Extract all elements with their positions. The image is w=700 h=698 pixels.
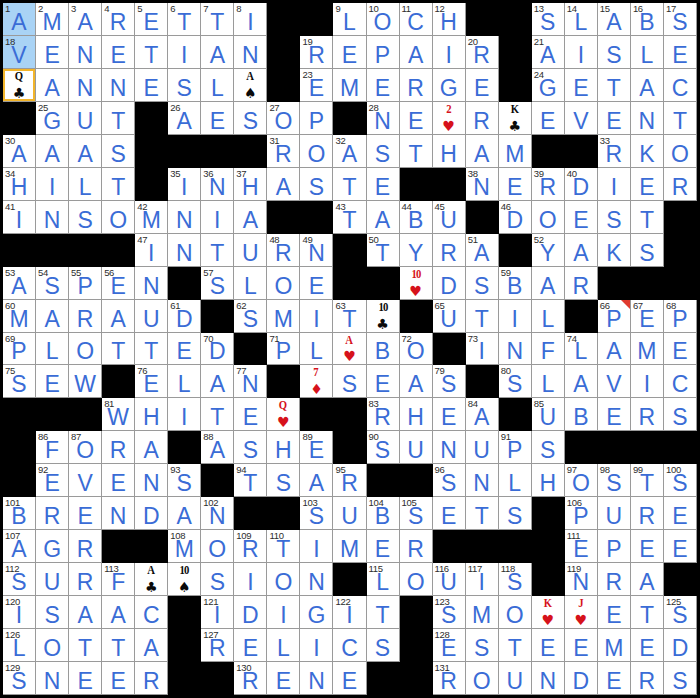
cell-r13c21[interactable]: S — [664, 398, 697, 431]
cell-r10c9[interactable]: M — [267, 300, 300, 333]
cell-r7c4[interactable]: O — [102, 201, 135, 234]
cell-r10c8[interactable]: 62S — [234, 300, 267, 333]
cell-r10c2[interactable]: A — [36, 300, 69, 333]
cell-r20c2[interactable]: O — [36, 629, 69, 662]
cell-r5c1[interactable]: 30A — [3, 135, 36, 168]
cell-r12c8[interactable]: 77N — [234, 365, 267, 398]
cell-r15c18[interactable]: 97O — [565, 464, 598, 497]
cell-r7c18[interactable]: E — [565, 201, 598, 234]
cell-r18c3[interactable]: R — [69, 563, 102, 596]
cell-r17c11[interactable]: M — [333, 530, 366, 563]
cell-r7c16[interactable]: 46D — [499, 201, 532, 234]
cell-r1c8[interactable]: 8I — [234, 3, 267, 36]
cell-r20c18[interactable]: E — [565, 629, 598, 662]
cell-r17c19[interactable]: P — [598, 530, 631, 563]
cell-r20c12[interactable]: S — [367, 629, 400, 662]
cell-r17c9[interactable]: 110T — [267, 530, 300, 563]
cell-r3c7[interactable]: L — [201, 69, 234, 102]
cell-r12c12[interactable]: E — [367, 365, 400, 398]
cell-r8c13[interactable]: Y — [400, 234, 433, 267]
cell-r6c15[interactable]: 38N — [466, 168, 499, 201]
cell-r20c21[interactable]: D — [664, 629, 697, 662]
cell-r19c7[interactable]: 121I — [201, 596, 234, 629]
cell-r14c12[interactable]: 90S — [367, 431, 400, 464]
cell-r2c5[interactable]: T — [135, 36, 168, 69]
cell-r12c14[interactable]: 79S — [433, 365, 466, 398]
cell-r19c17[interactable]: K♥ — [532, 596, 565, 629]
cell-r1c11[interactable]: 9L — [333, 3, 366, 36]
cell-r21c10[interactable]: N — [300, 662, 333, 695]
cell-r12c5[interactable]: 76E — [135, 365, 168, 398]
cell-r17c13[interactable]: R — [400, 530, 433, 563]
cell-r2c7[interactable]: A — [201, 36, 234, 69]
cell-r13c4[interactable]: 81W — [102, 398, 135, 431]
cell-r1c14[interactable]: 12H — [433, 3, 466, 36]
cell-r1c18[interactable]: 14L — [565, 3, 598, 36]
cell-r4c21[interactable]: T — [664, 102, 697, 135]
cell-r5c13[interactable]: T — [400, 135, 433, 168]
cell-r19c18[interactable]: J♥ — [565, 596, 598, 629]
cell-r10c14[interactable]: 65U — [433, 300, 466, 333]
cell-r13c12[interactable]: 83R — [367, 398, 400, 431]
cell-r8c6[interactable]: N — [168, 234, 201, 267]
cell-r8c8[interactable]: U — [234, 234, 267, 267]
cell-r1c12[interactable]: 10O — [367, 3, 400, 36]
cell-r18c6[interactable]: 10♠ — [168, 563, 201, 596]
cell-r16c1[interactable]: 101B — [3, 497, 36, 530]
cell-r8c10[interactable]: 49N — [300, 234, 333, 267]
cell-r2c14[interactable]: I — [433, 36, 466, 69]
cell-r19c16[interactable]: O — [499, 596, 532, 629]
cell-r2c11[interactable]: E — [333, 36, 366, 69]
cell-r17c10[interactable]: I — [300, 530, 333, 563]
cell-r13c19[interactable]: E — [598, 398, 631, 431]
cell-r3c18[interactable]: E — [565, 69, 598, 102]
cell-r8c19[interactable]: K — [598, 234, 631, 267]
cell-r11c1[interactable]: 69P — [3, 333, 36, 366]
cell-r18c12[interactable]: 115L — [367, 563, 400, 596]
cell-r3c13[interactable]: R — [400, 69, 433, 102]
cell-r9c3[interactable]: 55P — [69, 267, 102, 300]
cell-r21c17[interactable]: N — [532, 662, 565, 695]
cell-r13c18[interactable]: B — [565, 398, 598, 431]
cell-r9c10[interactable]: E — [300, 267, 333, 300]
cell-r4c17[interactable]: E — [532, 102, 565, 135]
cell-r3c5[interactable]: E — [135, 69, 168, 102]
cell-r1c19[interactable]: 15A — [598, 3, 631, 36]
cell-r15c11[interactable]: 95R — [333, 464, 366, 497]
cell-r5c4[interactable]: S — [102, 135, 135, 168]
cell-r3c11[interactable]: M — [333, 69, 366, 102]
cell-r4c9[interactable]: 27O — [267, 102, 300, 135]
cell-r2c21[interactable]: E — [664, 36, 697, 69]
cell-r6c3[interactable]: L — [69, 168, 102, 201]
cell-r19c12[interactable]: T — [367, 596, 400, 629]
cell-r13c20[interactable]: R — [631, 398, 664, 431]
cell-r9c15[interactable]: S — [466, 267, 499, 300]
cell-r12c6[interactable]: L — [168, 365, 201, 398]
cell-r13c6[interactable]: I — [168, 398, 201, 431]
cell-r8c5[interactable]: 47I — [135, 234, 168, 267]
cell-r19c3[interactable]: A — [69, 596, 102, 629]
cell-r3c6[interactable]: S — [168, 69, 201, 102]
cell-r6c20[interactable]: E — [631, 168, 664, 201]
cell-r10c5[interactable]: U — [135, 300, 168, 333]
cell-r17c3[interactable]: R — [69, 530, 102, 563]
cell-r17c8[interactable]: 109R — [234, 530, 267, 563]
cell-r14c15[interactable]: U — [466, 431, 499, 464]
cell-r4c6[interactable]: 26A — [168, 102, 201, 135]
cell-r14c17[interactable]: S — [532, 431, 565, 464]
cell-r17c12[interactable]: E — [367, 530, 400, 563]
cell-r7c20[interactable]: T — [631, 201, 664, 234]
cell-r15c21[interactable]: 100S — [664, 464, 697, 497]
cell-r4c13[interactable]: E — [400, 102, 433, 135]
cell-r11c6[interactable]: E — [168, 333, 201, 366]
cell-r15c2[interactable]: 92E — [36, 464, 69, 497]
cell-r1c7[interactable]: 7T — [201, 3, 234, 36]
cell-r10c16[interactable]: I — [499, 300, 532, 333]
cell-r3c10[interactable]: 23E — [300, 69, 333, 102]
cell-r11c9[interactable]: 71P — [267, 333, 300, 366]
cell-r21c19[interactable]: E — [598, 662, 631, 695]
cell-r9c17[interactable]: A — [532, 267, 565, 300]
cell-r18c18[interactable]: 119N — [565, 563, 598, 596]
cell-r16c15[interactable]: T — [466, 497, 499, 530]
cell-r8c14[interactable]: R — [433, 234, 466, 267]
cell-r13c9[interactable]: Q♥ — [267, 398, 300, 431]
cell-r16c12[interactable]: 104B — [367, 497, 400, 530]
cell-r7c6[interactable]: N — [168, 201, 201, 234]
cell-r19c5[interactable]: C — [135, 596, 168, 629]
cell-r1c17[interactable]: 13S — [532, 3, 565, 36]
cell-r18c19[interactable]: R — [598, 563, 631, 596]
cell-r21c11[interactable]: E — [333, 662, 366, 695]
cell-r15c9[interactable]: S — [267, 464, 300, 497]
cell-r1c21[interactable]: 17S — [664, 3, 697, 36]
cell-r17c18[interactable]: 111E — [565, 530, 598, 563]
cell-r5c14[interactable]: H — [433, 135, 466, 168]
cell-r1c1[interactable]: 1A — [3, 3, 36, 36]
cell-r2c1[interactable]: 18V — [3, 36, 36, 69]
cell-r19c15[interactable]: M — [466, 596, 499, 629]
cell-r2c20[interactable]: L — [631, 36, 664, 69]
cell-r14c4[interactable]: R — [102, 431, 135, 464]
cell-r2c19[interactable]: S — [598, 36, 631, 69]
cell-r8c7[interactable]: T — [201, 234, 234, 267]
cell-r21c21[interactable]: S — [664, 662, 697, 695]
cell-r21c8[interactable]: 130R — [234, 662, 267, 695]
cell-r11c15[interactable]: 73I — [466, 333, 499, 366]
cell-r3c17[interactable]: 24G — [532, 69, 565, 102]
cell-r4c18[interactable]: V — [565, 102, 598, 135]
cell-r4c3[interactable]: U — [69, 102, 102, 135]
cell-r16c3[interactable]: E — [69, 497, 102, 530]
cell-r11c10[interactable]: L — [300, 333, 333, 366]
cell-r6c18[interactable]: 40D — [565, 168, 598, 201]
cell-r10c11[interactable]: 63T — [333, 300, 366, 333]
cell-r6c2[interactable]: I — [36, 168, 69, 201]
cell-r4c16[interactable]: K♣ — [499, 102, 532, 135]
cell-r11c21[interactable]: E — [664, 333, 697, 366]
cell-r21c18[interactable]: D — [565, 662, 598, 695]
cell-r21c16[interactable]: U — [499, 662, 532, 695]
cell-r14c5[interactable]: A — [135, 431, 168, 464]
cell-r16c13[interactable]: 105S — [400, 497, 433, 530]
cell-r21c5[interactable]: R — [135, 662, 168, 695]
cell-r3c1[interactable]: Q♣ — [3, 69, 36, 102]
cell-r2c3[interactable]: N — [69, 36, 102, 69]
cell-r5c2[interactable]: A — [36, 135, 69, 168]
cell-r10c21[interactable]: 68P — [664, 300, 697, 333]
cell-r18c2[interactable]: U — [36, 563, 69, 596]
cell-r7c17[interactable]: O — [532, 201, 565, 234]
cell-r9c8[interactable]: L — [234, 267, 267, 300]
cell-r3c15[interactable]: E — [466, 69, 499, 102]
cell-r16c14[interactable]: E — [433, 497, 466, 530]
cell-r6c9[interactable]: A — [267, 168, 300, 201]
cell-r2c15[interactable]: 20R — [466, 36, 499, 69]
cell-r4c19[interactable]: E — [598, 102, 631, 135]
cell-r21c4[interactable]: E — [102, 662, 135, 695]
cell-r20c16[interactable]: T — [499, 629, 532, 662]
cell-r13c5[interactable]: H — [135, 398, 168, 431]
cell-r5c9[interactable]: 31R — [267, 135, 300, 168]
cell-r6c19[interactable]: I — [598, 168, 631, 201]
cell-r10c12[interactable]: 10♣ — [367, 300, 400, 333]
cell-r8c15[interactable]: 51A — [466, 234, 499, 267]
cell-r12c18[interactable]: A — [565, 365, 598, 398]
cell-r5c20[interactable]: K — [631, 135, 664, 168]
cell-r13c7[interactable]: T — [201, 398, 234, 431]
cell-r16c11[interactable]: U — [333, 497, 366, 530]
cell-r17c6[interactable]: 108M — [168, 530, 201, 563]
cell-r12c1[interactable]: 75S — [3, 365, 36, 398]
cell-r10c1[interactable]: 60M — [3, 300, 36, 333]
cell-r16c2[interactable]: R — [36, 497, 69, 530]
cell-r12c21[interactable]: C — [664, 365, 697, 398]
cell-r11c17[interactable]: F — [532, 333, 565, 366]
cell-r15c14[interactable]: 96S — [433, 464, 466, 497]
cell-r7c1[interactable]: 41I — [3, 201, 36, 234]
cell-r10c15[interactable]: T — [466, 300, 499, 333]
cell-r10c6[interactable]: 61D — [168, 300, 201, 333]
cell-r21c20[interactable]: R — [631, 662, 664, 695]
cell-r20c11[interactable]: C — [333, 629, 366, 662]
cell-r12c7[interactable]: A — [201, 365, 234, 398]
cell-r7c7[interactable]: I — [201, 201, 234, 234]
cell-r19c20[interactable]: T — [631, 596, 664, 629]
cell-r11c12[interactable]: B — [367, 333, 400, 366]
cell-r7c12[interactable]: A — [367, 201, 400, 234]
cell-r16c21[interactable]: E — [664, 497, 697, 530]
cell-r20c4[interactable]: T — [102, 629, 135, 662]
cell-r15c10[interactable]: A — [300, 464, 333, 497]
cell-r8c17[interactable]: 52Y — [532, 234, 565, 267]
cell-r20c19[interactable]: M — [598, 629, 631, 662]
cell-r21c15[interactable]: O — [466, 662, 499, 695]
cell-r2c18[interactable]: I — [565, 36, 598, 69]
cell-r6c1[interactable]: 34H — [3, 168, 36, 201]
cell-r16c5[interactable]: D — [135, 497, 168, 530]
cell-r19c2[interactable]: S — [36, 596, 69, 629]
cell-r17c1[interactable]: 107A — [3, 530, 36, 563]
cell-r11c3[interactable]: O — [69, 333, 102, 366]
cell-r20c9[interactable]: L — [267, 629, 300, 662]
cell-r3c14[interactable]: G — [433, 69, 466, 102]
cell-r9c18[interactable]: R — [565, 267, 598, 300]
cell-r4c2[interactable]: 25G — [36, 102, 69, 135]
cell-r18c4[interactable]: 113F — [102, 563, 135, 596]
cell-r3c4[interactable]: N — [102, 69, 135, 102]
cell-r17c20[interactable]: E — [631, 530, 664, 563]
cell-r19c4[interactable]: A — [102, 596, 135, 629]
cell-r15c5[interactable]: N — [135, 464, 168, 497]
cell-r12c16[interactable]: 80S — [499, 365, 532, 398]
cell-r13c14[interactable]: E — [433, 398, 466, 431]
cell-r16c18[interactable]: 106P — [565, 497, 598, 530]
cell-r12c17[interactable]: L — [532, 365, 565, 398]
cell-r4c15[interactable]: R — [466, 102, 499, 135]
cell-r13c15[interactable]: 84A — [466, 398, 499, 431]
cell-r10c17[interactable]: L — [532, 300, 565, 333]
cell-r4c4[interactable]: T — [102, 102, 135, 135]
cell-r18c5[interactable]: A♣ — [135, 563, 168, 596]
cell-r5c19[interactable]: 33R — [598, 135, 631, 168]
cell-r5c16[interactable]: M — [499, 135, 532, 168]
cell-r3c8[interactable]: A♠ — [234, 69, 267, 102]
cell-r5c21[interactable]: O — [664, 135, 697, 168]
cell-r2c4[interactable]: E — [102, 36, 135, 69]
cell-r7c3[interactable]: S — [69, 201, 102, 234]
cell-r18c13[interactable]: O — [400, 563, 433, 596]
cell-r6c17[interactable]: 39R — [532, 168, 565, 201]
cell-r9c2[interactable]: 54S — [36, 267, 69, 300]
cell-r16c16[interactable]: S — [499, 497, 532, 530]
cell-r5c3[interactable]: A — [69, 135, 102, 168]
cell-r5c10[interactable]: O — [300, 135, 333, 168]
cell-r20c15[interactable]: S — [466, 629, 499, 662]
cell-r18c14[interactable]: 116U — [433, 563, 466, 596]
cell-r18c16[interactable]: 118S — [499, 563, 532, 596]
cell-r6c8[interactable]: 37H — [234, 168, 267, 201]
cell-r20c8[interactable]: E — [234, 629, 267, 662]
cell-r14c14[interactable]: N — [433, 431, 466, 464]
cell-r12c13[interactable]: A — [400, 365, 433, 398]
cell-r15c3[interactable]: V — [69, 464, 102, 497]
cell-r1c5[interactable]: 5E — [135, 3, 168, 36]
cell-r2c8[interactable]: N — [234, 36, 267, 69]
cell-r15c8[interactable]: 94T — [234, 464, 267, 497]
cell-r3c21[interactable]: C — [664, 69, 697, 102]
cell-r21c14[interactable]: 131R — [433, 662, 466, 695]
cell-r6c10[interactable]: S — [300, 168, 333, 201]
cell-r6c6[interactable]: 35I — [168, 168, 201, 201]
cell-r18c9[interactable]: O — [267, 563, 300, 596]
cell-r15c15[interactable]: N — [466, 464, 499, 497]
cell-r2c12[interactable]: P — [367, 36, 400, 69]
cell-r2c13[interactable]: A — [400, 36, 433, 69]
cell-r18c20[interactable]: A — [631, 563, 664, 596]
cell-r2c10[interactable]: 19R — [300, 36, 333, 69]
cell-r17c7[interactable]: O — [201, 530, 234, 563]
cell-r11c16[interactable]: N — [499, 333, 532, 366]
cell-r9c5[interactable]: N — [135, 267, 168, 300]
cell-r21c1[interactable]: 129S — [3, 662, 36, 695]
cell-r20c20[interactable]: E — [631, 629, 664, 662]
cell-r9c16[interactable]: 59B — [499, 267, 532, 300]
cell-r20c14[interactable]: 128E — [433, 629, 466, 662]
cell-r2c6[interactable]: I — [168, 36, 201, 69]
cell-r16c7[interactable]: 102N — [201, 497, 234, 530]
cell-r14c2[interactable]: 86F — [36, 431, 69, 464]
cell-r1c4[interactable]: 4R — [102, 3, 135, 36]
cell-r19c19[interactable]: E — [598, 596, 631, 629]
cell-r6c11[interactable]: T — [333, 168, 366, 201]
cell-r14c7[interactable]: 88A — [201, 431, 234, 464]
cell-r1c13[interactable]: 11C — [400, 3, 433, 36]
cell-r20c5[interactable]: A — [135, 629, 168, 662]
cell-r15c20[interactable]: 99T — [631, 464, 664, 497]
cell-r2c2[interactable]: E — [36, 36, 69, 69]
cell-r10c19[interactable]: 66P — [598, 300, 631, 333]
cell-r4c14[interactable]: 2♥ — [433, 102, 466, 135]
cell-r4c7[interactable]: E — [201, 102, 234, 135]
cell-r12c2[interactable]: E — [36, 365, 69, 398]
cell-r7c14[interactable]: 45U — [433, 201, 466, 234]
cell-r5c15[interactable]: A — [466, 135, 499, 168]
cell-r9c1[interactable]: 53A — [3, 267, 36, 300]
cell-r12c20[interactable]: I — [631, 365, 664, 398]
cell-r18c7[interactable]: S — [201, 563, 234, 596]
cell-r14c10[interactable]: 89E — [300, 431, 333, 464]
cell-r16c19[interactable]: U — [598, 497, 631, 530]
cell-r7c11[interactable]: 43T — [333, 201, 366, 234]
cell-r15c16[interactable]: L — [499, 464, 532, 497]
cell-r11c2[interactable]: L — [36, 333, 69, 366]
cell-r4c8[interactable]: S — [234, 102, 267, 135]
cell-r7c8[interactable]: A — [234, 201, 267, 234]
cell-r7c13[interactable]: 44B — [400, 201, 433, 234]
cell-r6c21[interactable]: R — [664, 168, 697, 201]
cell-r6c12[interactable]: E — [367, 168, 400, 201]
cell-r19c11[interactable]: 122I — [333, 596, 366, 629]
cell-r5c12[interactable]: S — [367, 135, 400, 168]
cell-r9c4[interactable]: 56E — [102, 267, 135, 300]
cell-r4c12[interactable]: 28N — [367, 102, 400, 135]
cell-r16c20[interactable]: R — [631, 497, 664, 530]
cell-r3c2[interactable]: A — [36, 69, 69, 102]
cell-r14c9[interactable]: H — [267, 431, 300, 464]
cell-r9c7[interactable]: 57S — [201, 267, 234, 300]
cell-r10c10[interactable]: I — [300, 300, 333, 333]
cell-r1c6[interactable]: 6T — [168, 3, 201, 36]
cell-r8c18[interactable]: A — [565, 234, 598, 267]
cell-r9c13[interactable]: 10♥ — [400, 267, 433, 300]
cell-r3c19[interactable]: T — [598, 69, 631, 102]
cell-r12c10[interactable]: 7♦ — [300, 365, 333, 398]
cell-r21c3[interactable]: E — [69, 662, 102, 695]
cell-r18c15[interactable]: 117I — [466, 563, 499, 596]
cell-r5c11[interactable]: 32A — [333, 135, 366, 168]
cell-r1c20[interactable]: 16B — [631, 3, 664, 36]
cell-r15c17[interactable]: H — [532, 464, 565, 497]
cell-r7c5[interactable]: 42M — [135, 201, 168, 234]
cell-r18c10[interactable]: N — [300, 563, 333, 596]
cell-r9c14[interactable]: D — [433, 267, 466, 300]
cell-r12c11[interactable]: S — [333, 365, 366, 398]
cell-r19c8[interactable]: D — [234, 596, 267, 629]
